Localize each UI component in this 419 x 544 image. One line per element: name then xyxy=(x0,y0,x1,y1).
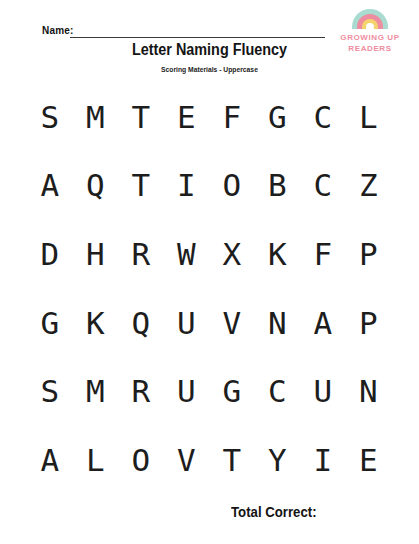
letter-cell-r1c4: E xyxy=(164,83,210,152)
letter-cell-r5c1: S xyxy=(27,358,73,427)
letter-cell-r6c8: E xyxy=(346,426,392,495)
letter-cell-r2c8: Z xyxy=(346,152,392,221)
letter-cell-r5c8: N xyxy=(346,358,392,427)
letter-cell-r2c5: O xyxy=(209,152,255,221)
letter-cell-r2c1: A xyxy=(27,152,73,221)
letter-cell-r6c1: A xyxy=(27,426,73,495)
total-correct-label: Total Correct: xyxy=(231,503,317,520)
letter-cell-r5c2: M xyxy=(73,358,119,427)
letter-cell-r4c7: A xyxy=(300,289,346,358)
letter-cell-r2c3: T xyxy=(118,152,164,221)
letter-cell-r1c8: L xyxy=(346,83,392,152)
letter-cell-r6c3: O xyxy=(118,426,164,495)
page-title: Letter Naming Fluency xyxy=(21,41,398,59)
letter-cell-r4c6: N xyxy=(255,289,301,358)
letter-cell-r1c7: C xyxy=(300,83,346,152)
letter-cell-r6c6: Y xyxy=(255,426,301,495)
letter-cell-r1c3: T xyxy=(118,83,164,152)
letter-cell-r3c4: W xyxy=(164,220,210,289)
letter-cell-r2c6: B xyxy=(255,152,301,221)
letter-cell-r1c6: G xyxy=(255,83,301,152)
letter-cell-r3c3: R xyxy=(118,220,164,289)
letter-cell-r3c8: P xyxy=(346,220,392,289)
name-label: Name: xyxy=(42,25,74,36)
letter-cell-r4c1: G xyxy=(27,289,73,358)
letter-cell-r5c7: U xyxy=(300,358,346,427)
letter-cell-r3c2: H xyxy=(73,220,119,289)
rainbow-icon xyxy=(352,9,388,29)
letter-cell-r2c2: Q xyxy=(73,152,119,221)
letter-cell-r6c4: V xyxy=(164,426,210,495)
letter-cell-r6c2: L xyxy=(73,426,119,495)
letter-cell-r1c5: F xyxy=(209,83,255,152)
letter-cell-r3c6: K xyxy=(255,220,301,289)
letter-cell-r2c4: I xyxy=(164,152,210,221)
letter-cell-r6c7: I xyxy=(300,426,346,495)
letter-cell-r2c7: C xyxy=(300,152,346,221)
letter-cell-r4c5: V xyxy=(209,289,255,358)
page-subtitle: Scoring Materials - Uppercase xyxy=(21,65,398,74)
letter-cell-r3c5: X xyxy=(209,220,255,289)
letter-cell-r4c8: P xyxy=(346,289,392,358)
letter-cell-r4c3: Q xyxy=(118,289,164,358)
letter-cell-r5c5: G xyxy=(209,358,255,427)
rainbow-arc-hole xyxy=(366,23,374,29)
letter-cell-r4c4: U xyxy=(164,289,210,358)
letter-cell-r1c1: S xyxy=(27,83,73,152)
letter-cell-r4c2: K xyxy=(73,289,119,358)
letter-cell-r5c3: R xyxy=(118,358,164,427)
letter-cell-r3c7: F xyxy=(300,220,346,289)
letter-cell-r3c1: D xyxy=(27,220,73,289)
letter-cell-r5c4: U xyxy=(164,358,210,427)
letter-cell-r5c6: C xyxy=(255,358,301,427)
letter-cell-r6c5: T xyxy=(209,426,255,495)
name-blank-line[interactable] xyxy=(70,22,325,38)
letter-grid: SMTEFGCLAQTIOBCZDHRWXKFPGKQUVNAPSMRUGCUN… xyxy=(27,83,391,495)
letter-cell-r1c2: M xyxy=(73,83,119,152)
worksheet-page: Name: GROWING UP READERS Letter Naming F… xyxy=(0,0,419,544)
